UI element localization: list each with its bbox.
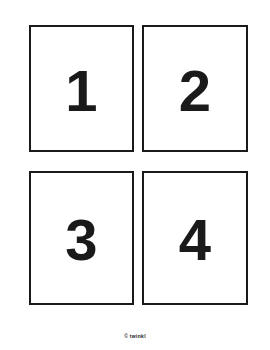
card-number-1: 1 [65,62,97,120]
card-number-3: 3 [65,211,97,269]
flashcard-sheet: 1 2 3 4 © twinkl [0,0,270,350]
card-number-4: 4 [179,211,211,269]
card-number-2: 2 [179,62,211,120]
cards-grid: 1 2 3 4 [29,25,248,305]
watermark: © twinkl [124,333,146,339]
number-card-2[interactable]: 2 [142,25,248,152]
number-card-1[interactable]: 1 [29,25,134,152]
number-card-4[interactable]: 4 [142,171,248,305]
number-card-3[interactable]: 3 [29,171,134,305]
